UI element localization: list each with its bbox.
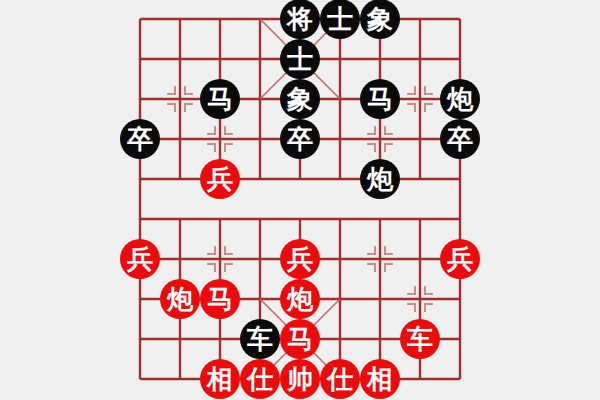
piece-red-advisor[interactable]: 仕 — [240, 359, 280, 399]
piece-black-advisor[interactable]: 士 — [320, 0, 360, 39]
piece-black-chariot[interactable]: 车 — [240, 319, 280, 359]
piece-red-general[interactable]: 帅 — [280, 359, 320, 399]
piece-red-cannon[interactable]: 炮 — [280, 279, 320, 319]
piece-black-cannon[interactable]: 炮 — [440, 79, 480, 119]
piece-red-horse[interactable]: 马 — [200, 279, 240, 319]
piece-black-general[interactable]: 将 — [280, 0, 320, 39]
piece-red-chariot[interactable]: 车 — [400, 319, 440, 359]
piece-black-soldier[interactable]: 卒 — [280, 119, 320, 159]
piece-black-soldier[interactable]: 卒 — [440, 119, 480, 159]
xiangqi-board[interactable]: 将士象士马象马炮卒卒卒兵炮兵兵兵炮马炮车马车相仕帅仕相 — [120, 0, 480, 399]
piece-black-advisor[interactable]: 士 — [280, 39, 320, 79]
piece-red-soldier[interactable]: 兵 — [200, 159, 240, 199]
piece-red-cannon[interactable]: 炮 — [160, 279, 200, 319]
piece-red-soldier[interactable]: 兵 — [280, 239, 320, 279]
piece-black-elephant[interactable]: 象 — [280, 79, 320, 119]
piece-black-cannon[interactable]: 炮 — [360, 159, 400, 199]
piece-red-horse[interactable]: 马 — [280, 319, 320, 359]
piece-red-elephant[interactable]: 相 — [200, 359, 240, 399]
piece-red-advisor[interactable]: 仕 — [320, 359, 360, 399]
xiangqi-app-screen: 将士象士马象马炮卒卒卒兵炮兵兵兵炮马炮车马车相仕帅仕相 — [0, 0, 600, 400]
piece-red-soldier[interactable]: 兵 — [440, 239, 480, 279]
piece-black-elephant[interactable]: 象 — [360, 0, 400, 39]
piece-black-horse[interactable]: 马 — [360, 79, 400, 119]
piece-black-horse[interactable]: 马 — [200, 79, 240, 119]
piece-red-soldier[interactable]: 兵 — [120, 239, 160, 279]
piece-red-elephant[interactable]: 相 — [360, 359, 400, 399]
piece-layer[interactable]: 将士象士马象马炮卒卒卒兵炮兵兵兵炮马炮车马车相仕帅仕相 — [120, 0, 480, 399]
piece-black-soldier[interactable]: 卒 — [120, 119, 160, 159]
